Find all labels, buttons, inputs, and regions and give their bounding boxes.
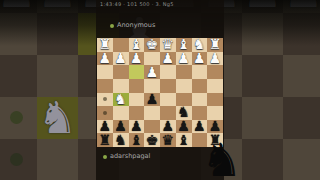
square-a8[interactable]: ♜ — [207, 133, 223, 147]
black-rook-piece[interactable]: ♜ — [209, 133, 222, 147]
black-pawn-piece[interactable]: ♟ — [193, 119, 206, 133]
white-king-piece[interactable]: ♚ — [146, 37, 159, 51]
square-e5[interactable]: ♟ — [144, 93, 160, 107]
square-f8[interactable]: ♝ — [129, 133, 145, 147]
bg-square — [283, 97, 320, 139]
bg-square — [0, 55, 37, 97]
bg-square — [283, 139, 320, 180]
square-c8[interactable]: ♝ — [176, 133, 192, 147]
square-b7[interactable]: ♟ — [192, 120, 208, 134]
square-b4[interactable] — [192, 79, 208, 93]
black-queen-piece[interactable]: ♛ — [162, 133, 175, 147]
square-d8[interactable]: ♛ — [160, 133, 176, 147]
white-pawn-piece[interactable]: ♟ — [114, 51, 127, 65]
square-d2[interactable]: ♟ — [160, 52, 176, 66]
chess-board[interactable]: ♜♝♚♛♝♞♜♟♟♟♟♟♟♟♟♞♟♞♟♟♟♟♟♟♟♜♞♝♚♛♝♜ — [97, 38, 223, 147]
square-g2[interactable]: ♟ — [113, 52, 129, 66]
player-bottom[interactable]: adarshpagal — [103, 153, 150, 160]
black-pawn-piece[interactable]: ♟ — [177, 119, 190, 133]
black-bishop-piece[interactable]: ♝ — [130, 133, 143, 147]
square-f3[interactable] — [129, 65, 145, 79]
bg-square — [37, 97, 78, 139]
square-a3[interactable] — [207, 65, 223, 79]
square-a2[interactable]: ♟ — [207, 52, 223, 66]
black-pawn-piece[interactable]: ♟ — [162, 119, 175, 133]
white-pawn-piece[interactable]: ♟ — [130, 51, 143, 65]
bg-square — [37, 55, 78, 97]
square-h2[interactable]: ♟ — [97, 52, 113, 66]
square-d4[interactable] — [160, 79, 176, 93]
square-e6[interactable] — [144, 106, 160, 120]
bg-square — [242, 97, 283, 139]
black-pawn-piece[interactable]: ♟ — [114, 119, 127, 133]
player-bottom-name: adarshpagal — [110, 153, 150, 160]
square-h8[interactable]: ♜ — [97, 133, 113, 147]
move-hint-dot — [103, 97, 107, 101]
white-pawn-piece[interactable]: ♟ — [177, 51, 190, 65]
black-bishop-piece[interactable]: ♝ — [177, 133, 190, 147]
player-top-name: Anonymous — [117, 22, 155, 29]
bg-square — [242, 55, 283, 97]
square-c2[interactable]: ♟ — [176, 52, 192, 66]
bg-square — [283, 55, 320, 97]
move-hint-dot — [103, 111, 107, 115]
square-b2[interactable]: ♟ — [192, 52, 208, 66]
white-knight-piece[interactable]: ♞ — [114, 92, 127, 106]
bg-square — [37, 139, 78, 180]
square-e1[interactable]: ♚ — [144, 38, 160, 52]
white-pawn-piece[interactable]: ♟ — [209, 51, 222, 65]
white-pawn-piece[interactable]: ♟ — [193, 51, 206, 65]
black-king-piece[interactable]: ♚ — [146, 133, 159, 147]
engine-info-line: 1:43:49 · 101 500 · 3. Ng5 — [100, 1, 174, 7]
square-d3[interactable] — [160, 65, 176, 79]
black-pawn-piece[interactable]: ♟ — [130, 119, 143, 133]
black-rook-piece[interactable]: ♜ — [99, 133, 112, 147]
square-g5[interactable]: ♞ — [113, 93, 129, 107]
white-pawn-piece[interactable]: ♟ — [162, 51, 175, 65]
square-b5[interactable] — [192, 93, 208, 107]
square-h4[interactable] — [97, 79, 113, 93]
black-knight-piece[interactable]: ♞ — [114, 133, 127, 147]
square-e8[interactable]: ♚ — [144, 133, 160, 147]
square-b8[interactable] — [192, 133, 208, 147]
square-b3[interactable] — [192, 65, 208, 79]
square-h3[interactable] — [97, 65, 113, 79]
square-c4[interactable] — [176, 79, 192, 93]
bg-move-hint-dot — [10, 111, 23, 124]
bg-square — [242, 139, 283, 180]
square-f5[interactable] — [129, 93, 145, 107]
square-h5[interactable] — [97, 93, 113, 107]
black-pawn-piece[interactable]: ♟ — [146, 92, 159, 106]
square-g8[interactable]: ♞ — [113, 133, 129, 147]
white-pawn-piece[interactable]: ♟ — [146, 65, 159, 79]
online-indicator-icon — [110, 24, 114, 28]
square-c3[interactable] — [176, 65, 192, 79]
square-a4[interactable] — [207, 79, 223, 93]
square-e3[interactable]: ♟ — [144, 65, 160, 79]
square-a5[interactable] — [207, 93, 223, 107]
player-top[interactable]: Anonymous — [110, 22, 155, 29]
online-indicator-icon — [103, 155, 107, 159]
black-pawn-piece[interactable]: ♟ — [209, 119, 222, 133]
square-f2[interactable]: ♟ — [129, 52, 145, 66]
square-d5[interactable] — [160, 93, 176, 107]
square-f4[interactable] — [129, 79, 145, 93]
video-frame: ♟♟♟♟♟♟♟♟♟♞♞ 1:43:49 · 101 500 · 3. Ng5 A… — [0, 0, 320, 180]
white-pawn-piece[interactable]: ♟ — [99, 51, 112, 65]
black-pawn-piece[interactable]: ♟ — [99, 119, 112, 133]
bg-move-hint-dot — [10, 153, 23, 166]
square-g3[interactable] — [113, 65, 129, 79]
